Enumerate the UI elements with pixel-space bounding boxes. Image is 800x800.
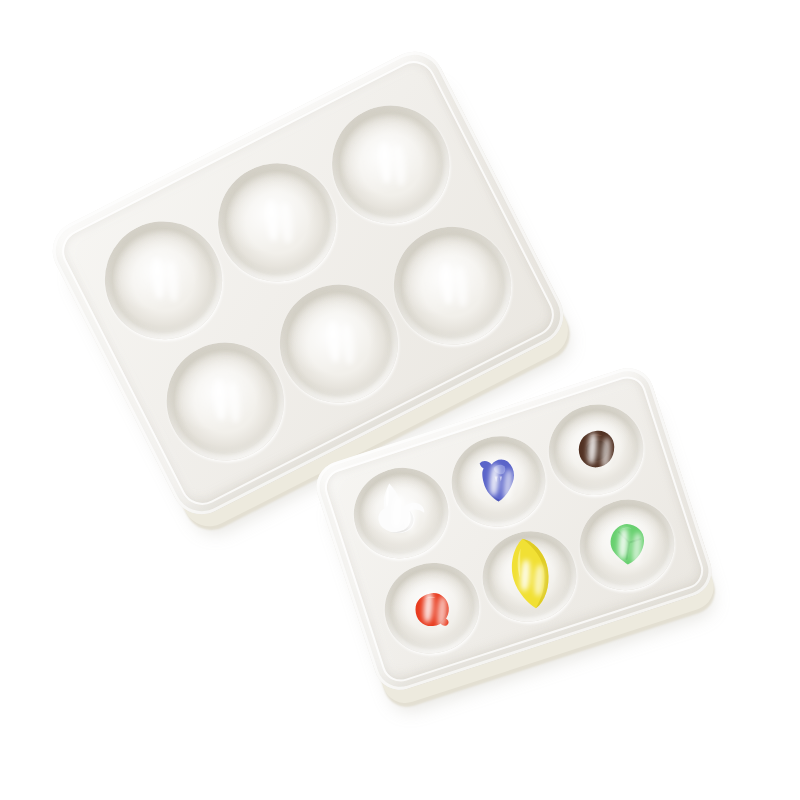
brown-ball-charm: [569, 423, 623, 477]
white-bird-charm: [364, 473, 436, 545]
front-cavity-6: [568, 487, 686, 602]
photo-canvas: [0, 0, 800, 800]
green-fruit-charm: [595, 513, 659, 577]
yellow-lemon-charm: [479, 524, 579, 624]
front-cavity-1: [342, 456, 460, 571]
front-cavity-3: [537, 392, 655, 507]
blue-tulip-charm: [466, 447, 530, 511]
front-cavity-2: [440, 424, 558, 539]
front-cavity-5: [471, 519, 589, 634]
front-cavity-4: [373, 551, 491, 666]
red-fruit-charm: [404, 582, 460, 638]
product-photo-page: { "image": { "background_color": "#fffff…: [0, 0, 800, 800]
